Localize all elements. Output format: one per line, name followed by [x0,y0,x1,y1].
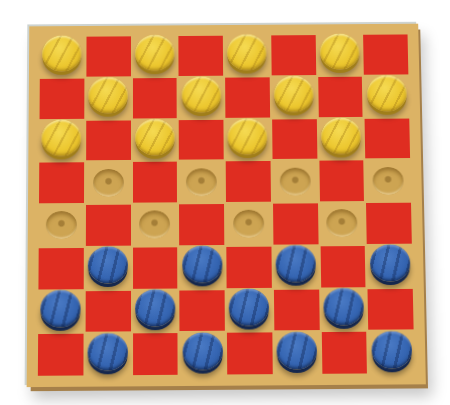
square-r5c1[interactable] [38,204,85,247]
checker-blue[interactable] [182,332,223,370]
square-r8c4[interactable] [179,332,226,376]
checker-blue[interactable] [41,290,81,328]
square-r3c1[interactable] [38,119,85,162]
square-r3c4[interactable] [178,118,225,161]
checker-blue[interactable] [88,246,128,283]
checker-blue[interactable] [276,331,317,369]
square-r4c6[interactable] [271,160,318,203]
square-r6c5[interactable] [225,245,272,288]
square-r1c6[interactable] [270,34,317,76]
checker-blue[interactable] [182,246,222,283]
square-recess [326,209,357,237]
square-r6c3[interactable] [132,246,179,289]
square-r7c5[interactable] [226,288,273,332]
checker-yellow[interactable] [42,36,82,72]
square-r2c5[interactable] [224,76,271,118]
square-r8c5[interactable] [226,332,274,376]
board-grid [37,33,416,376]
square-r8c8[interactable] [367,331,415,375]
square-recess [233,210,264,238]
square-r8c2[interactable] [84,333,131,377]
square-r2c7[interactable] [317,75,364,117]
checkers-scene [28,22,422,384]
square-r4c2[interactable] [85,161,132,204]
square-r4c3[interactable] [131,161,178,204]
square-r8c6[interactable] [273,331,321,375]
square-r1c2[interactable] [85,35,131,77]
checker-yellow[interactable] [274,76,314,113]
square-r7c4[interactable] [179,289,226,333]
square-r5c3[interactable] [131,203,178,246]
square-r5c2[interactable] [85,204,132,247]
square-r8c7[interactable] [320,331,368,375]
square-r2c3[interactable] [131,77,177,119]
checker-yellow[interactable] [366,75,406,112]
square-r7c8[interactable] [367,287,415,331]
square-r3c3[interactable] [131,119,178,162]
square-r3c7[interactable] [317,117,364,160]
square-r2c8[interactable] [363,75,410,117]
square-r4c5[interactable] [225,160,272,203]
square-r6c6[interactable] [272,245,319,288]
square-recess [279,167,310,195]
square-r7c7[interactable] [320,288,368,332]
checker-yellow[interactable] [88,77,128,114]
square-r1c4[interactable] [178,35,224,77]
square-recess [93,169,124,197]
square-r3c2[interactable] [85,119,132,162]
square-r6c8[interactable] [366,244,414,287]
square-r5c5[interactable] [225,203,272,246]
square-r7c3[interactable] [132,289,179,333]
square-r3c5[interactable] [224,118,271,161]
square-r8c3[interactable] [132,332,179,376]
square-recess [186,168,217,196]
checker-yellow[interactable] [135,119,175,156]
square-r6c2[interactable] [84,246,131,289]
square-r2c4[interactable] [178,76,225,118]
square-r6c1[interactable] [37,247,84,290]
square-r7c2[interactable] [84,289,131,333]
checker-blue[interactable] [276,245,317,282]
checkers-board [27,24,426,387]
checker-blue[interactable] [369,244,410,281]
square-r3c8[interactable] [364,117,411,160]
checker-blue[interactable] [88,333,128,371]
square-r5c4[interactable] [178,203,225,246]
square-r6c7[interactable] [319,245,367,288]
square-r4c1[interactable] [38,162,85,205]
square-r4c4[interactable] [178,161,225,204]
checker-yellow[interactable] [135,35,175,71]
square-recess [139,211,170,239]
square-r5c8[interactable] [365,202,413,245]
checker-blue[interactable] [229,288,270,326]
checker-blue[interactable] [371,331,412,369]
square-r4c8[interactable] [365,159,412,202]
checker-yellow[interactable] [42,119,82,156]
square-r4c7[interactable] [318,160,365,203]
checker-yellow[interactable] [319,34,359,70]
square-r7c6[interactable] [273,288,321,332]
square-r5c7[interactable] [318,202,365,245]
square-r5c6[interactable] [272,202,319,245]
checker-yellow[interactable] [321,117,361,154]
square-r2c2[interactable] [85,77,131,119]
square-r1c8[interactable] [362,33,409,75]
checker-yellow[interactable] [228,118,268,155]
square-r2c6[interactable] [270,76,317,118]
square-r1c5[interactable] [224,34,271,76]
square-r3c6[interactable] [271,118,318,161]
square-recess [46,211,77,239]
square-recess [372,167,403,195]
checker-blue[interactable] [323,288,364,326]
checker-blue[interactable] [135,289,175,327]
checker-yellow[interactable] [227,34,267,70]
square-r6c4[interactable] [178,246,225,289]
square-r7c1[interactable] [37,290,84,334]
square-r1c3[interactable] [131,35,177,77]
square-r1c1[interactable] [39,36,85,78]
square-r2c1[interactable] [39,77,86,119]
square-r1c7[interactable] [316,34,363,76]
square-r8c1[interactable] [37,333,84,377]
checker-yellow[interactable] [181,76,221,113]
